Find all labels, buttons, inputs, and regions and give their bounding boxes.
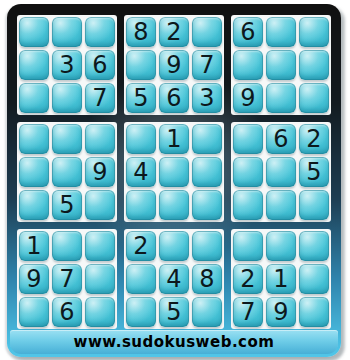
- cell-r5c3[interactable]: 9: [85, 157, 115, 187]
- cell-r8c7[interactable]: 2: [233, 264, 263, 294]
- box-3-2: 2485: [124, 229, 224, 329]
- cell-r6c5[interactable]: [159, 190, 189, 220]
- cell-r6c2[interactable]: 5: [52, 190, 82, 220]
- cell-r9c9[interactable]: [299, 297, 329, 327]
- cell-r7c1[interactable]: 1: [19, 231, 49, 261]
- cell-r4c2[interactable]: [52, 124, 82, 154]
- footer-band: www.sudokusweb.com: [10, 330, 338, 354]
- cell-r7c3[interactable]: [85, 231, 115, 261]
- cell-r3c2[interactable]: [52, 83, 82, 113]
- cell-r6c1[interactable]: [19, 190, 49, 220]
- cell-r9c2[interactable]: 6: [52, 297, 82, 327]
- cell-r4c7[interactable]: [233, 124, 263, 154]
- cell-r9c5[interactable]: 5: [159, 297, 189, 327]
- box-2-2: 14: [124, 122, 224, 222]
- cell-r7c8[interactable]: [266, 231, 296, 261]
- cell-r7c9[interactable]: [299, 231, 329, 261]
- cell-r8c6[interactable]: 8: [192, 264, 222, 294]
- cell-r6c3[interactable]: [85, 190, 115, 220]
- cell-r5c7[interactable]: [233, 157, 263, 187]
- cell-r7c5[interactable]: [159, 231, 189, 261]
- cell-r3c5[interactable]: 6: [159, 83, 189, 113]
- cell-r6c9[interactable]: [299, 190, 329, 220]
- cell-r6c8[interactable]: [266, 190, 296, 220]
- cell-r3c4[interactable]: 5: [126, 83, 156, 113]
- cell-r1c5[interactable]: 2: [159, 17, 189, 47]
- cell-r5c5[interactable]: [159, 157, 189, 187]
- cell-r5c4[interactable]: 4: [126, 157, 156, 187]
- cell-r5c8[interactable]: [266, 157, 296, 187]
- cell-r3c7[interactable]: 9: [233, 83, 263, 113]
- box-2-1: 95: [17, 122, 117, 222]
- cell-r1c8[interactable]: [266, 17, 296, 47]
- cell-r4c1[interactable]: [19, 124, 49, 154]
- box-3-1: 1976: [17, 229, 117, 329]
- cell-r9c4[interactable]: [126, 297, 156, 327]
- cell-r3c3[interactable]: 7: [85, 83, 115, 113]
- cell-r1c1[interactable]: [19, 17, 49, 47]
- box-1-3: 69: [231, 15, 331, 115]
- cell-r3c6[interactable]: 3: [192, 83, 222, 113]
- cell-r9c1[interactable]: [19, 297, 49, 327]
- cell-r4c5[interactable]: 1: [159, 124, 189, 154]
- cell-r7c7[interactable]: [233, 231, 263, 261]
- cell-r4c4[interactable]: [126, 124, 156, 154]
- cell-r9c3[interactable]: [85, 297, 115, 327]
- cell-r9c8[interactable]: 9: [266, 297, 296, 327]
- cell-r2c4[interactable]: [126, 50, 156, 80]
- cell-r2c8[interactable]: [266, 50, 296, 80]
- cell-r6c7[interactable]: [233, 190, 263, 220]
- cell-r3c9[interactable]: [299, 83, 329, 113]
- cell-r2c1[interactable]: [19, 50, 49, 80]
- box-1-1: 367: [17, 15, 117, 115]
- cell-r6c4[interactable]: [126, 190, 156, 220]
- cell-r1c3[interactable]: [85, 17, 115, 47]
- box-1-2: 8297563: [124, 15, 224, 115]
- cell-r8c3[interactable]: [85, 264, 115, 294]
- cell-r8c2[interactable]: 7: [52, 264, 82, 294]
- cell-r3c8[interactable]: [266, 83, 296, 113]
- cell-r7c6[interactable]: [192, 231, 222, 261]
- cell-r8c8[interactable]: 1: [266, 264, 296, 294]
- cell-r4c3[interactable]: [85, 124, 115, 154]
- cell-r9c7[interactable]: 7: [233, 297, 263, 327]
- cell-r7c4[interactable]: 2: [126, 231, 156, 261]
- cell-r8c4[interactable]: [126, 264, 156, 294]
- cell-r1c9[interactable]: [299, 17, 329, 47]
- cell-r1c6[interactable]: [192, 17, 222, 47]
- cell-r8c5[interactable]: 4: [159, 264, 189, 294]
- cell-r5c1[interactable]: [19, 157, 49, 187]
- cell-r4c8[interactable]: 6: [266, 124, 296, 154]
- cell-r2c2[interactable]: 3: [52, 50, 82, 80]
- box-2-3: 625: [231, 122, 331, 222]
- cell-r8c1[interactable]: 9: [19, 264, 49, 294]
- sudoku-board: 3678297563699514625197624852179 www.sudo…: [7, 4, 341, 357]
- cell-r2c3[interactable]: 6: [85, 50, 115, 80]
- box-3-3: 2179: [231, 229, 331, 329]
- site-url[interactable]: www.sudokusweb.com: [74, 333, 275, 351]
- cell-r8c9[interactable]: [299, 264, 329, 294]
- cell-r6c6[interactable]: [192, 190, 222, 220]
- cell-r1c7[interactable]: 6: [233, 17, 263, 47]
- cell-r2c5[interactable]: 9: [159, 50, 189, 80]
- cell-r5c2[interactable]: [52, 157, 82, 187]
- cell-r3c1[interactable]: [19, 83, 49, 113]
- cell-r4c6[interactable]: [192, 124, 222, 154]
- cell-r1c2[interactable]: [52, 17, 82, 47]
- grid: 3678297563699514625197624852179: [17, 15, 331, 329]
- cell-r2c6[interactable]: 7: [192, 50, 222, 80]
- cell-r2c7[interactable]: [233, 50, 263, 80]
- cell-r4c9[interactable]: 2: [299, 124, 329, 154]
- cell-r5c6[interactable]: [192, 157, 222, 187]
- cell-r2c9[interactable]: [299, 50, 329, 80]
- cell-r9c6[interactable]: [192, 297, 222, 327]
- cell-r1c4[interactable]: 8: [126, 17, 156, 47]
- cell-r5c9[interactable]: 5: [299, 157, 329, 187]
- cell-r7c2[interactable]: [52, 231, 82, 261]
